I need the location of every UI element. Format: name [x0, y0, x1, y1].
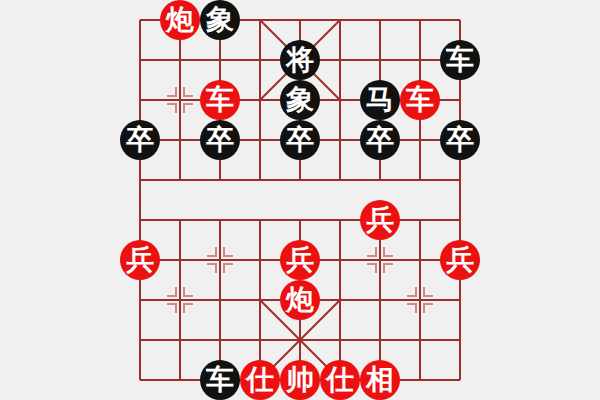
- black-elephant-piece[interactable]: 象: [200, 0, 240, 40]
- black-soldier-piece[interactable]: 卒: [440, 120, 480, 160]
- red-advisor-piece[interactable]: 仕: [240, 360, 280, 400]
- red-soldier-piece[interactable]: 兵: [360, 200, 400, 240]
- black-general-piece[interactable]: 将: [280, 40, 320, 80]
- black-chariot-piece[interactable]: 车: [440, 40, 480, 80]
- black-soldier-piece[interactable]: 卒: [360, 120, 400, 160]
- black-horse-piece[interactable]: 马: [360, 80, 400, 120]
- black-soldier-piece[interactable]: 卒: [120, 120, 160, 160]
- black-elephant-piece[interactable]: 象: [280, 80, 320, 120]
- red-general-piece[interactable]: 帅: [280, 360, 320, 400]
- black-soldier-piece[interactable]: 卒: [200, 120, 240, 160]
- red-cannon-piece[interactable]: 炮: [280, 280, 320, 320]
- xiangqi-board[interactable]: 炮象将车车象马车卒卒卒卒卒兵兵兵兵炮车仕帅仕相: [120, 0, 480, 400]
- red-chariot-piece[interactable]: 车: [200, 80, 240, 120]
- red-soldier-piece[interactable]: 兵: [440, 240, 480, 280]
- red-elephant-piece[interactable]: 相: [360, 360, 400, 400]
- xiangqi-app: 炮象将车车象马车卒卒卒卒卒兵兵兵兵炮车仕帅仕相: [0, 0, 600, 400]
- black-chariot-piece[interactable]: 车: [200, 360, 240, 400]
- red-cannon-piece[interactable]: 炮: [160, 0, 200, 40]
- red-advisor-piece[interactable]: 仕: [320, 360, 360, 400]
- black-soldier-piece[interactable]: 卒: [280, 120, 320, 160]
- red-chariot-piece[interactable]: 车: [400, 80, 440, 120]
- red-soldier-piece[interactable]: 兵: [280, 240, 320, 280]
- red-soldier-piece[interactable]: 兵: [120, 240, 160, 280]
